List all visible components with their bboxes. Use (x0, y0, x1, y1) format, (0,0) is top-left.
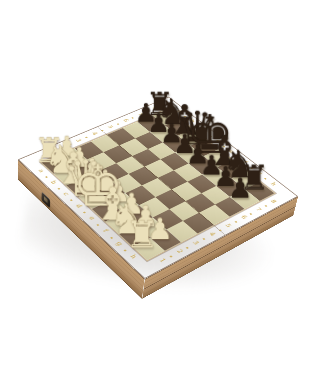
piece-black-rook: ♜ (146, 88, 174, 120)
square-d7: ♟ (176, 146, 204, 164)
file-label-c: c (192, 124, 217, 139)
square-c7: ♟ (163, 135, 191, 152)
piece-black-pawn: ♟ (186, 141, 210, 168)
square-e6 (174, 163, 203, 181)
file-label-d: d (205, 134, 230, 150)
piece-black-pawn: ♟ (227, 174, 252, 201)
square-c6 (148, 142, 176, 160)
piece-black-queen: ♛ (177, 105, 218, 151)
piece-black-knight: ♞ (156, 94, 188, 130)
product-photo: ♜♞♝♛♚♝♞♜♟♟♟♟♟♟♟♟♟♟♟♟♟♟♟♟♜♞♝♛♚♝♞♜ abcdefg… (0, 0, 325, 375)
piece-white-rook: ♜ (125, 215, 158, 252)
rank-label-4: 4 (81, 126, 107, 141)
square-c5 (132, 149, 160, 167)
rank-label-8: 8 (143, 101, 168, 115)
piece-black-pawn: ♟ (160, 120, 183, 146)
square-b7: ♟ (150, 125, 178, 142)
square-a8: ♜ (153, 109, 180, 125)
piece-black-bishop: ♝ (167, 100, 203, 140)
square-d8: ♛ (191, 139, 219, 156)
rank-label-6: 6 (113, 114, 138, 129)
square-b6 (135, 132, 163, 149)
scene: ♜♞♝♛♚♝♞♜♟♟♟♟♟♟♟♟♟♟♟♟♟♟♟♟♜♞♝♛♚♝♞♜ abcdefg… (0, 0, 325, 375)
square-d6 (160, 153, 188, 171)
rank-label-7: 7 (128, 107, 153, 121)
square-a6 (123, 122, 151, 139)
chess-board-box: ♜♞♝♛♚♝♞♜♟♟♟♟♟♟♟♟♟♟♟♟♟♟♟♟♜♞♝♛♚♝♞♜ abcdefg… (18, 97, 298, 279)
piece-black-pawn: ♟ (135, 100, 158, 125)
piece-black-pawn: ♟ (147, 110, 170, 136)
square-d5 (145, 160, 174, 178)
square-a5 (107, 128, 135, 145)
metal-clasp-icon (42, 192, 51, 208)
square-b8: ♞ (165, 119, 192, 135)
square-a7: ♟ (138, 115, 165, 131)
piece-black-king: ♚ (187, 109, 234, 162)
square-b5 (119, 138, 147, 155)
rank-label-5: 5 (97, 120, 122, 135)
file-label-b: b (180, 114, 204, 129)
piece-black-pawn: ♟ (173, 131, 197, 157)
file-label-a: a (167, 104, 191, 119)
square-d4 (129, 167, 158, 186)
square-c8: ♝ (178, 129, 206, 146)
